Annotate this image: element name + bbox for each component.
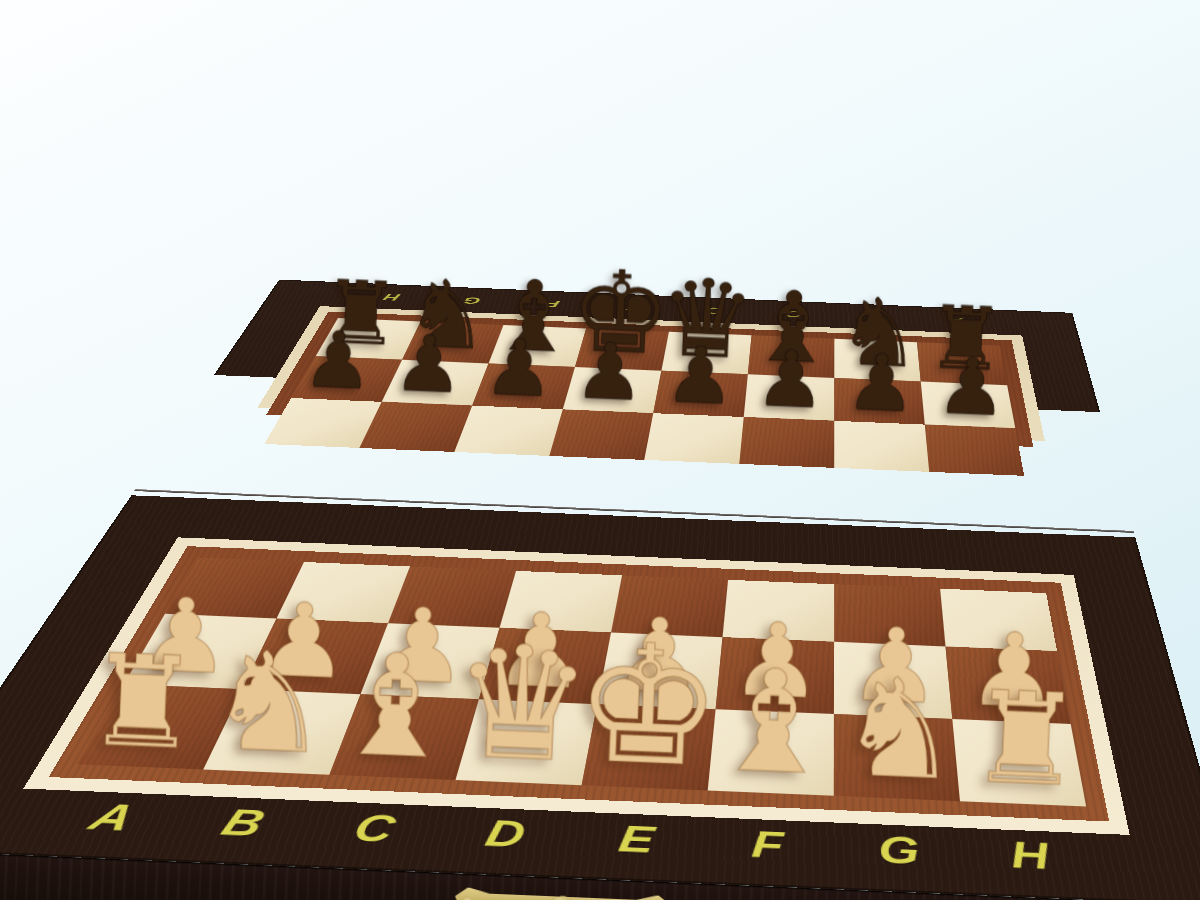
board-front-edge: [0, 849, 1200, 900]
square-e8[interactable]: ♛: [661, 332, 751, 374]
square-h8[interactable]: ♜: [917, 342, 1007, 385]
piece-black-pawn[interactable]: ♟: [935, 347, 1008, 428]
square-a7[interactable]: ♟: [291, 356, 402, 402]
piece-black-knight[interactable]: ♞: [836, 284, 924, 381]
square-b5[interactable]: [335, 448, 455, 503]
file-label-near-a: A: [82, 796, 143, 839]
square-e5[interactable]: [634, 460, 739, 516]
file-label-far-g: G: [461, 295, 483, 307]
camera-tilt: ♜♞♝♚♛♝♞♜♟♟♟♟♟♟♟♟♟♟♟♟♟♟♟♟♜♞♝♛♚♝♞♜ ABCDEFG…: [0, 0, 1200, 900]
board-grid: ♜♞♝♚♛♝♞♜♟♟♟♟♟♟♟♟♟♟♟♟♟♟♟♟♜♞♝♛♚♝♞♜: [77, 318, 1086, 806]
piece-black-pawn[interactable]: ♟: [664, 335, 737, 416]
square-c5[interactable]: [435, 452, 550, 507]
piece-black-pawn[interactable]: ♟: [754, 339, 827, 420]
file-label-far-d: D: [705, 305, 723, 317]
file-label-near-g: G: [878, 828, 922, 872]
piece-white-knight[interactable]: ♞: [205, 633, 333, 774]
rank-label-right-8: 8: [1045, 364, 1073, 371]
rank-label-left-4: 4: [137, 510, 165, 528]
rank-label-right-1: 1: [1138, 760, 1179, 775]
square-h1[interactable]: ♜: [952, 719, 1086, 806]
piece-black-king[interactable]: ♚: [568, 254, 673, 371]
square-a6[interactable]: [264, 398, 381, 448]
piece-black-pawn[interactable]: ♟: [573, 332, 646, 413]
piece-black-queen[interactable]: ♛: [657, 263, 758, 374]
rank-label-right-7: 7: [1055, 405, 1084, 413]
square-g6[interactable]: [834, 421, 929, 472]
square-b6[interactable]: [359, 402, 472, 452]
rank-label-left-5: 5: [173, 458, 199, 474]
square-g1[interactable]: ♞: [834, 714, 960, 801]
brass-clasp: [454, 887, 671, 900]
square-f4[interactable]: [729, 516, 834, 578]
square-e1[interactable]: ♚: [582, 704, 716, 790]
piece-black-knight[interactable]: ♞: [403, 266, 491, 363]
square-a4[interactable]: [202, 495, 335, 556]
piece-black-rook[interactable]: ♜: [925, 295, 1006, 385]
file-label-far-e: E: [624, 301, 641, 313]
file-label-near-b: B: [215, 801, 272, 844]
rank-label-right-4: 4: [1090, 554, 1124, 565]
square-d5[interactable]: [534, 456, 644, 512]
square-b7[interactable]: ♟: [382, 360, 489, 406]
file-label-far-h: H: [381, 291, 403, 302]
file-label-far-a: A: [946, 315, 963, 327]
square-h7[interactable]: ♟: [921, 382, 1016, 429]
square-c7[interactable]: ♟: [472, 363, 575, 409]
square-h5[interactable]: [929, 472, 1034, 528]
square-f6[interactable]: [739, 417, 834, 468]
square-a5[interactable]: [235, 444, 360, 499]
file-labels-far: ABCDEFGH: [279, 280, 1072, 313]
rank-label-left-1: 1: [3, 707, 39, 732]
piece-black-rook[interactable]: ♜: [320, 269, 401, 359]
board-border-mahogany: ♜♞♝♚♛♝♞♜♟♟♟♟♟♟♟♟♟♟♟♟♟♟♟♟♜♞♝♛♚♝♞♜: [49, 312, 1109, 822]
square-f5[interactable]: [734, 464, 834, 520]
square-h6[interactable]: [925, 425, 1024, 476]
rank-label-right-3: 3: [1104, 615, 1140, 627]
square-e4[interactable]: [623, 511, 734, 573]
square-d7[interactable]: ♟: [563, 367, 662, 413]
square-c6[interactable]: [454, 406, 562, 456]
square-g5[interactable]: [834, 468, 934, 524]
rank-label-left-2: 2: [53, 634, 86, 657]
piece-white-bishop[interactable]: ♝: [329, 633, 462, 780]
piece-black-pawn[interactable]: ♟: [483, 328, 556, 409]
file-label-near-e: E: [616, 818, 658, 862]
rank-label-right-2: 2: [1120, 683, 1159, 696]
rank-label-right-5: 5: [1077, 499, 1109, 509]
board-border-cream: ♜♞♝♚♛♝♞♜♟♟♟♟♟♟♟♟♟♟♟♟♟♟♟♟♜♞♝♛♚♝♞♜: [23, 306, 1129, 835]
square-e6[interactable]: [644, 413, 743, 464]
rank-label-left-7: 7: [234, 367, 257, 381]
piece-black-bishop[interactable]: ♝: [748, 277, 839, 377]
square-d8[interactable]: ♚: [575, 328, 669, 370]
square-g8[interactable]: ♞: [834, 339, 920, 382]
scene: ♜♞♝♚♛♝♞♜♟♟♟♟♟♟♟♟♟♟♟♟♟♟♟♟♜♞♝♛♚♝♞♜ ABCDEFG…: [0, 0, 1200, 900]
piece-black-pawn[interactable]: ♟: [302, 320, 375, 401]
square-g4[interactable]: [834, 520, 939, 582]
square-e7[interactable]: ♟: [653, 371, 748, 417]
piece-black-pawn[interactable]: ♟: [392, 324, 465, 405]
chessboard: ♜♞♝♚♛♝♞♜♟♟♟♟♟♟♟♟♟♟♟♟♟♟♟♟♜♞♝♛♚♝♞♜ ABCDEFG…: [0, 280, 1200, 900]
square-f7[interactable]: ♟: [744, 374, 835, 420]
square-c4[interactable]: [413, 503, 535, 564]
piece-black-pawn[interactable]: ♟: [845, 343, 918, 424]
piece-white-rook[interactable]: ♜: [84, 638, 202, 769]
rank-label-left-6: 6: [205, 411, 229, 426]
file-label-near-h: H: [1008, 834, 1053, 878]
piece-white-king[interactable]: ♚: [571, 620, 725, 790]
file-label-far-f: F: [544, 298, 561, 309]
file-label-far-c: C: [786, 308, 802, 320]
square-b8[interactable]: ♞: [402, 321, 503, 363]
file-label-near-c: C: [348, 807, 401, 850]
rank-label-left-3: 3: [97, 569, 127, 589]
file-label-far-b: B: [866, 311, 882, 323]
square-d4[interactable]: [518, 507, 634, 568]
square-d6[interactable]: [549, 409, 653, 459]
piece-white-rook[interactable]: ♜: [967, 675, 1085, 806]
square-c8[interactable]: ♝: [489, 325, 587, 367]
perspective-scene: ♜♞♝♚♛♝♞♜♟♟♟♟♟♟♟♟♟♟♟♟♟♟♟♟♜♞♝♛♚♝♞♜ ABCDEFG…: [0, 0, 1200, 900]
square-g7[interactable]: ♟: [834, 378, 925, 425]
piece-white-knight[interactable]: ♞: [836, 659, 964, 800]
piece-white-bishop[interactable]: ♝: [708, 649, 841, 796]
square-f1[interactable]: ♝: [708, 709, 834, 796]
square-f8[interactable]: ♝: [748, 335, 834, 378]
piece-black-bishop[interactable]: ♝: [488, 266, 579, 366]
rank-label-right-6: 6: [1066, 450, 1097, 459]
square-a8[interactable]: ♜: [316, 318, 421, 360]
file-label-near-f: F: [750, 823, 785, 867]
rank-label-left-8: 8: [261, 328, 282, 340]
file-label-near-d: D: [481, 812, 530, 856]
square-h4[interactable]: [934, 524, 1045, 586]
